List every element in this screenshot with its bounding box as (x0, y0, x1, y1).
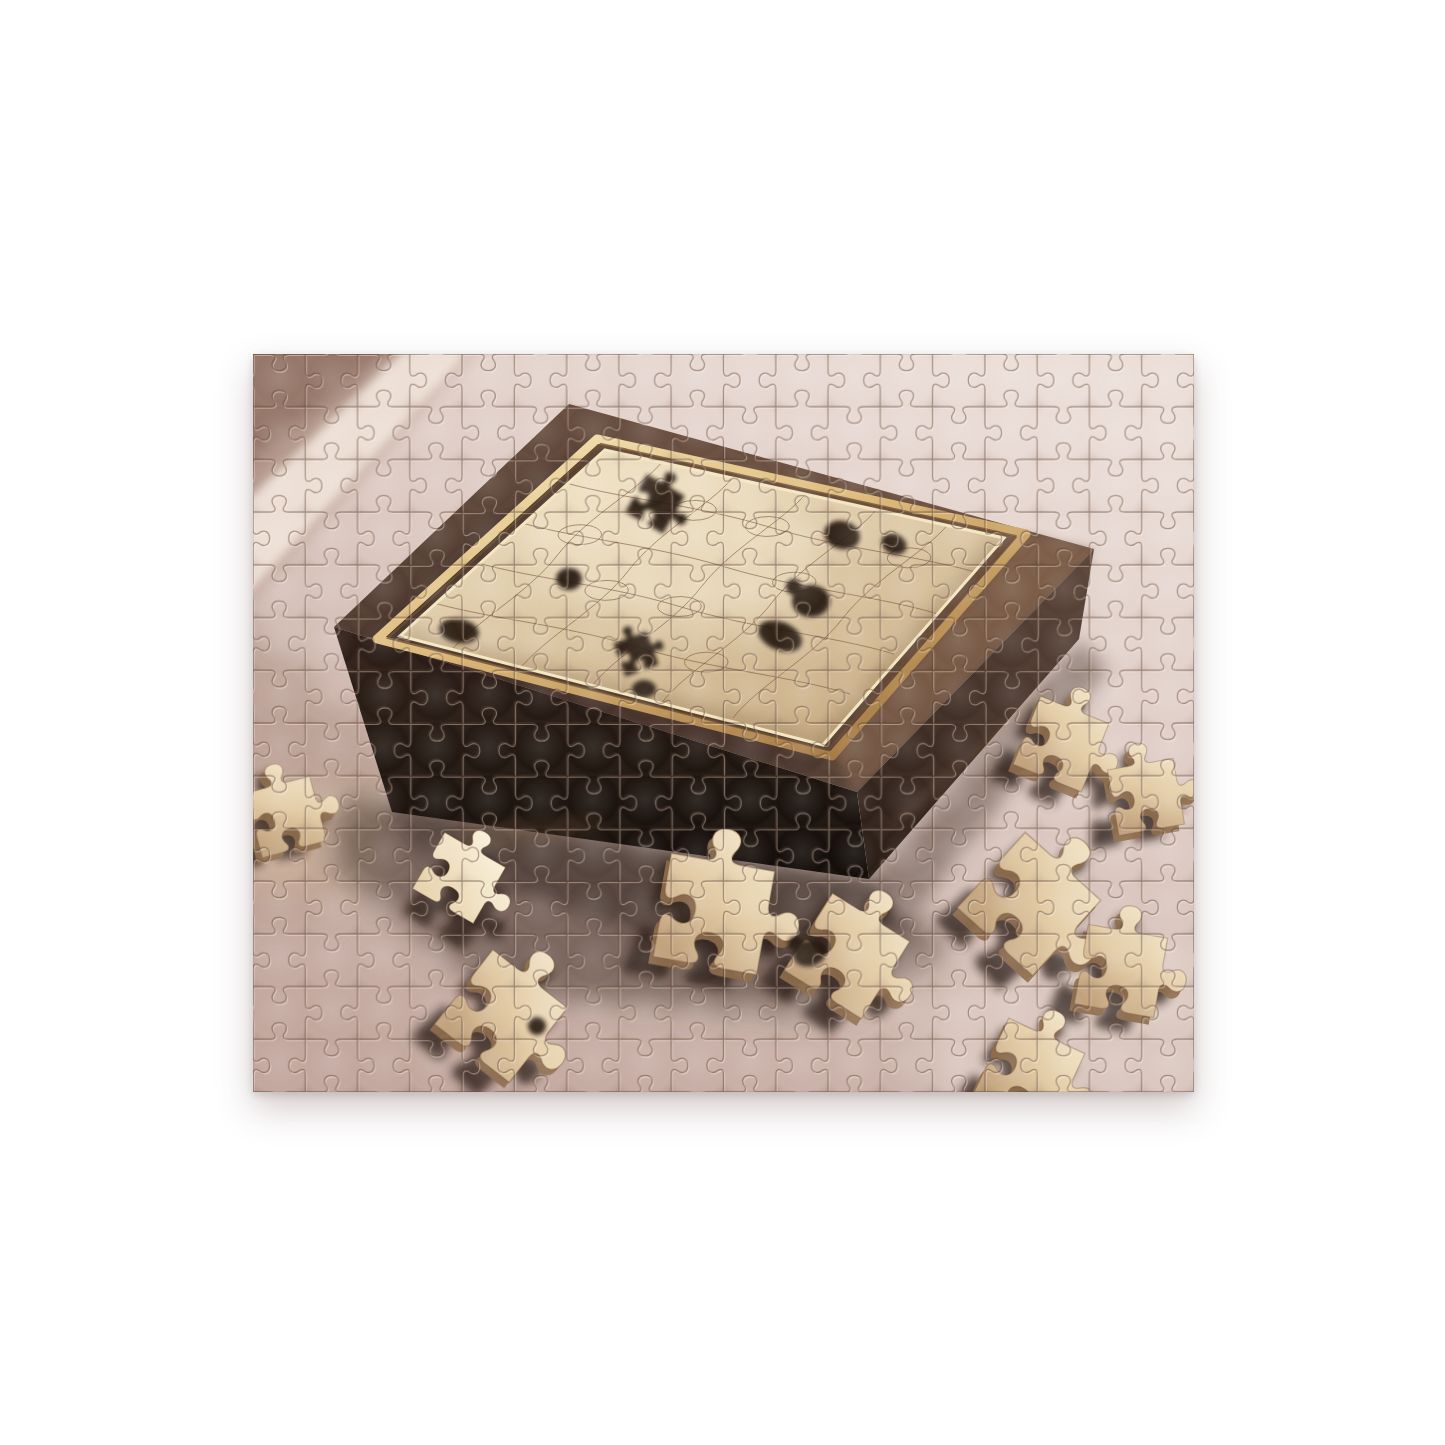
puzzle-artwork (253, 354, 1194, 1092)
jigsaw-puzzle-photo (253, 354, 1194, 1092)
white-backdrop: Overhead product photo of a 252-piece ji… (0, 0, 1445, 1445)
jigsaw-cut-overlay (253, 354, 1194, 1092)
photo-caption: Overhead product photo of a 252-piece ji… (0, 0, 1, 1)
